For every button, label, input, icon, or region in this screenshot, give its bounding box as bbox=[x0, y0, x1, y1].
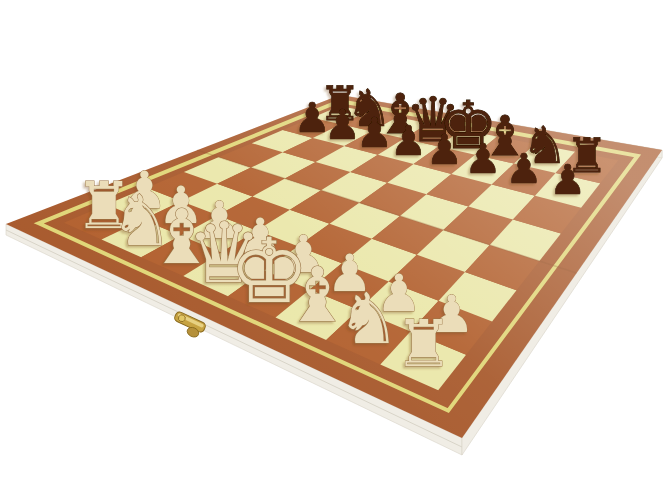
black-pawn-h7: ♟ bbox=[549, 156, 586, 204]
white-rook-h1: ♜ bbox=[395, 306, 453, 381]
black-pawn-g7: ♟ bbox=[505, 145, 542, 193]
black-pawn-f7: ♟ bbox=[464, 135, 501, 183]
black-pawn-c7: ♟ bbox=[356, 109, 393, 157]
black-pawn-d7: ♟ bbox=[390, 117, 427, 165]
product-photo: ♜♞♟♝♟♛♟♚♟♝♞♟♜♟♟♟♟♟♜♟♞♟♝♟♛♟♚♟♝♟♞♜ Product… bbox=[0, 0, 666, 500]
chessboard: ♜♞♟♝♟♛♟♚♟♝♞♟♜♟♟♟♟♟♜♟♞♟♝♟♛♟♚♟♝♟♞♜ bbox=[0, 0, 666, 500]
white-knight-g1: ♞ bbox=[337, 278, 400, 360]
black-pawn-e7: ♟ bbox=[426, 126, 463, 174]
